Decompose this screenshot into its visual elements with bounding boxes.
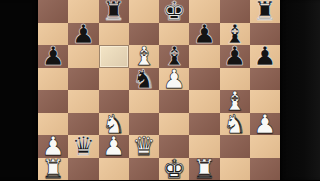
piece-black-pawn[interactable]: ♟ xyxy=(193,23,216,46)
square-h8[interactable]: ♜ xyxy=(250,0,280,23)
square-d5[interactable]: ♞ xyxy=(129,68,159,91)
piece-white-rook[interactable]: ♜ xyxy=(41,158,64,181)
square-g3[interactable]: ♞ xyxy=(220,113,250,136)
piece-black-pawn[interactable]: ♟ xyxy=(41,45,64,68)
square-h6[interactable]: ♟ xyxy=(250,45,280,68)
square-f5[interactable] xyxy=(189,68,219,91)
piece-black-pawn[interactable]: ♟ xyxy=(223,45,246,68)
square-f1[interactable]: ♜ xyxy=(189,158,219,181)
square-f7[interactable]: ♟ xyxy=(189,23,219,46)
square-b2[interactable]: ♛ xyxy=(68,135,98,158)
square-h3[interactable]: ♟ xyxy=(250,113,280,136)
square-b5[interactable] xyxy=(68,68,98,91)
square-f4[interactable] xyxy=(189,90,219,113)
piece-white-pawn[interactable]: ♟ xyxy=(253,113,276,136)
square-c2[interactable]: ♟ xyxy=(99,135,129,158)
piece-white-knight[interactable]: ♞ xyxy=(223,113,246,136)
video-frame: ♜♚♜♟♟♝♟♝♝♟♟♞♟♝♞♞♟♟♛♟♛♜♚♜ xyxy=(0,0,320,180)
square-c5[interactable] xyxy=(99,68,129,91)
square-g6[interactable]: ♟ xyxy=(220,45,250,68)
piece-black-knight[interactable]: ♞ xyxy=(132,68,155,91)
square-e5[interactable]: ♟ xyxy=(159,68,189,91)
piece-white-pawn[interactable]: ♟ xyxy=(162,68,185,91)
square-c8[interactable]: ♜ xyxy=(99,0,129,23)
square-b4[interactable] xyxy=(68,90,98,113)
piece-black-rook[interactable]: ♜ xyxy=(253,0,276,23)
square-a1[interactable]: ♜ xyxy=(38,158,68,181)
square-a8[interactable] xyxy=(38,0,68,23)
piece-black-pawn[interactable]: ♟ xyxy=(253,45,276,68)
square-e1[interactable]: ♚ xyxy=(159,158,189,181)
piece-black-pawn[interactable]: ♟ xyxy=(72,23,95,46)
piece-white-rook[interactable]: ♜ xyxy=(193,158,216,181)
square-a4[interactable] xyxy=(38,90,68,113)
chess-board[interactable]: ♜♚♜♟♟♝♟♝♝♟♟♞♟♝♞♞♟♟♛♟♛♜♚♜ xyxy=(38,0,280,180)
piece-black-king[interactable]: ♚ xyxy=(162,0,185,23)
square-c6-highlighted[interactable] xyxy=(99,45,129,68)
piece-white-king[interactable]: ♚ xyxy=(162,158,185,181)
square-e3[interactable] xyxy=(159,113,189,136)
piece-black-rook[interactable]: ♜ xyxy=(102,0,125,23)
piece-white-pawn[interactable]: ♟ xyxy=(102,135,125,158)
square-d2[interactable]: ♛ xyxy=(129,135,159,158)
letterbox-left-bar xyxy=(0,0,38,180)
square-e8[interactable]: ♚ xyxy=(159,0,189,23)
square-f3[interactable] xyxy=(189,113,219,136)
square-d8[interactable] xyxy=(129,0,159,23)
square-h1[interactable] xyxy=(250,158,280,181)
square-a6[interactable]: ♟ xyxy=(38,45,68,68)
square-g1[interactable] xyxy=(220,158,250,181)
square-b7[interactable]: ♟ xyxy=(68,23,98,46)
piece-white-queen[interactable]: ♛ xyxy=(132,135,155,158)
piece-black-queen[interactable]: ♛ xyxy=(72,135,95,158)
letterbox-right-bar xyxy=(280,0,320,180)
